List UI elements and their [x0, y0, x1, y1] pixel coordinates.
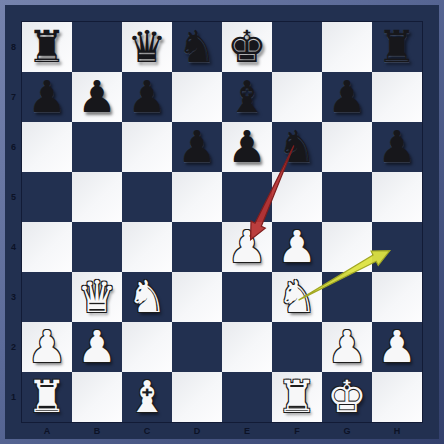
- square-g5[interactable]: [322, 172, 372, 222]
- square-e7[interactable]: ♝: [222, 72, 272, 122]
- square-g8[interactable]: [322, 22, 372, 72]
- rank-label-5: 5: [5, 172, 22, 222]
- square-g6[interactable]: [322, 122, 372, 172]
- square-e6[interactable]: ♟: [222, 122, 272, 172]
- square-h6[interactable]: ♟: [372, 122, 422, 172]
- piece-black-pawn[interactable]: ♟: [177, 122, 216, 172]
- square-b6[interactable]: [72, 122, 122, 172]
- square-c8[interactable]: ♛: [122, 22, 172, 72]
- piece-white-rook[interactable]: ♜: [277, 372, 316, 422]
- file-label-c: C: [122, 422, 172, 439]
- square-d4[interactable]: [172, 222, 222, 272]
- piece-black-pawn[interactable]: ♟: [27, 72, 66, 122]
- square-f3[interactable]: ♞: [272, 272, 322, 322]
- square-c4[interactable]: [122, 222, 172, 272]
- square-a8[interactable]: ♜: [22, 22, 72, 72]
- file-labels: ABCDEFGH: [22, 422, 422, 439]
- piece-white-bishop[interactable]: ♝: [127, 372, 166, 422]
- square-f5[interactable]: [272, 172, 322, 222]
- square-a3[interactable]: [22, 272, 72, 322]
- square-c2[interactable]: [122, 322, 172, 372]
- square-f1[interactable]: ♜: [272, 372, 322, 422]
- file-label-h: H: [372, 422, 422, 439]
- file-label-e: E: [222, 422, 272, 439]
- piece-black-pawn[interactable]: ♟: [127, 72, 166, 122]
- rank-label-6: 6: [5, 122, 22, 172]
- file-label-d: D: [172, 422, 222, 439]
- square-f4[interactable]: ♟: [272, 222, 322, 272]
- square-a7[interactable]: ♟: [22, 72, 72, 122]
- piece-black-pawn[interactable]: ♟: [227, 122, 266, 172]
- square-f7[interactable]: [272, 72, 322, 122]
- piece-white-knight[interactable]: ♞: [277, 272, 316, 322]
- square-a2[interactable]: ♟: [22, 322, 72, 372]
- square-d7[interactable]: [172, 72, 222, 122]
- square-h7[interactable]: [372, 72, 422, 122]
- square-b7[interactable]: ♟: [72, 72, 122, 122]
- square-g7[interactable]: ♟: [322, 72, 372, 122]
- piece-black-knight[interactable]: ♞: [277, 122, 316, 172]
- square-g4[interactable]: [322, 222, 372, 272]
- piece-white-knight[interactable]: ♞: [127, 272, 166, 322]
- square-h8[interactable]: ♜: [372, 22, 422, 72]
- piece-black-knight[interactable]: ♞: [177, 22, 216, 72]
- rank-labels: 87654321: [5, 22, 22, 422]
- piece-black-rook[interactable]: ♜: [27, 22, 66, 72]
- square-a6[interactable]: [22, 122, 72, 172]
- file-label-g: G: [322, 422, 372, 439]
- square-b5[interactable]: [72, 172, 122, 222]
- square-e4[interactable]: ♟: [222, 222, 272, 272]
- square-b3[interactable]: ♛: [72, 272, 122, 322]
- square-e8[interactable]: ♚: [222, 22, 272, 72]
- piece-black-pawn[interactable]: ♟: [327, 72, 366, 122]
- square-c1[interactable]: ♝: [122, 372, 172, 422]
- square-e2[interactable]: [222, 322, 272, 372]
- square-g1[interactable]: ♚: [322, 372, 372, 422]
- piece-black-pawn[interactable]: ♟: [377, 122, 416, 172]
- square-c3[interactable]: ♞: [122, 272, 172, 322]
- piece-black-rook[interactable]: ♜: [377, 22, 416, 72]
- square-h4[interactable]: [372, 222, 422, 272]
- rank-label-2: 2: [5, 322, 22, 372]
- board-frame: 87654321 ABCDEFGH ♜♛♞♚♜♟♟♟♝♟♟♟♞♟♟♟♛♞♞♟♟♟…: [0, 0, 444, 444]
- file-label-a: A: [22, 422, 72, 439]
- piece-white-pawn[interactable]: ♟: [277, 222, 316, 272]
- rank-label-8: 8: [5, 22, 22, 72]
- piece-white-pawn[interactable]: ♟: [27, 322, 66, 372]
- square-h2[interactable]: ♟: [372, 322, 422, 372]
- piece-white-pawn[interactable]: ♟: [377, 322, 416, 372]
- square-a1[interactable]: ♜: [22, 372, 72, 422]
- square-e3[interactable]: [222, 272, 272, 322]
- square-a4[interactable]: [22, 222, 72, 272]
- square-g2[interactable]: ♟: [322, 322, 372, 372]
- piece-black-king[interactable]: ♚: [227, 22, 266, 72]
- file-label-f: F: [272, 422, 322, 439]
- square-a5[interactable]: [22, 172, 72, 222]
- piece-white-king[interactable]: ♚: [327, 372, 366, 422]
- rank-label-7: 7: [5, 72, 22, 122]
- square-d5[interactable]: [172, 172, 222, 222]
- board: ♜♛♞♚♜♟♟♟♝♟♟♟♞♟♟♟♛♞♞♟♟♟♟♜♝♜♚: [22, 22, 422, 422]
- file-label-b: B: [72, 422, 122, 439]
- square-d8[interactable]: ♞: [172, 22, 222, 72]
- square-g3[interactable]: [322, 272, 372, 322]
- square-b8[interactable]: [72, 22, 122, 72]
- square-b4[interactable]: [72, 222, 122, 272]
- square-f6[interactable]: ♞: [272, 122, 322, 172]
- square-b2[interactable]: ♟: [72, 322, 122, 372]
- piece-white-rook[interactable]: ♜: [27, 372, 66, 422]
- square-e1[interactable]: [222, 372, 272, 422]
- square-d2[interactable]: [172, 322, 222, 372]
- piece-black-pawn[interactable]: ♟: [77, 72, 116, 122]
- board-border: 87654321 ABCDEFGH ♜♛♞♚♜♟♟♟♝♟♟♟♞♟♟♟♛♞♞♟♟♟…: [5, 5, 439, 439]
- square-b1[interactable]: [72, 372, 122, 422]
- piece-white-queen[interactable]: ♛: [77, 272, 116, 322]
- square-c5[interactable]: [122, 172, 172, 222]
- square-h3[interactable]: [372, 272, 422, 322]
- piece-white-pawn[interactable]: ♟: [77, 322, 116, 372]
- rank-label-1: 1: [5, 372, 22, 422]
- square-h1[interactable]: [372, 372, 422, 422]
- piece-white-pawn[interactable]: ♟: [227, 222, 266, 272]
- square-c7[interactable]: ♟: [122, 72, 172, 122]
- square-c6[interactable]: [122, 122, 172, 172]
- square-d1[interactable]: [172, 372, 222, 422]
- square-d6[interactable]: ♟: [172, 122, 222, 172]
- rank-label-3: 3: [5, 272, 22, 322]
- piece-black-bishop[interactable]: ♝: [227, 72, 266, 122]
- rank-label-4: 4: [5, 222, 22, 272]
- square-h5[interactable]: [372, 172, 422, 222]
- piece-black-queen[interactable]: ♛: [127, 22, 166, 72]
- square-f8[interactable]: [272, 22, 322, 72]
- square-d3[interactable]: [172, 272, 222, 322]
- square-e5[interactable]: [222, 172, 272, 222]
- square-f2[interactable]: [272, 322, 322, 372]
- piece-white-pawn[interactable]: ♟: [327, 322, 366, 372]
